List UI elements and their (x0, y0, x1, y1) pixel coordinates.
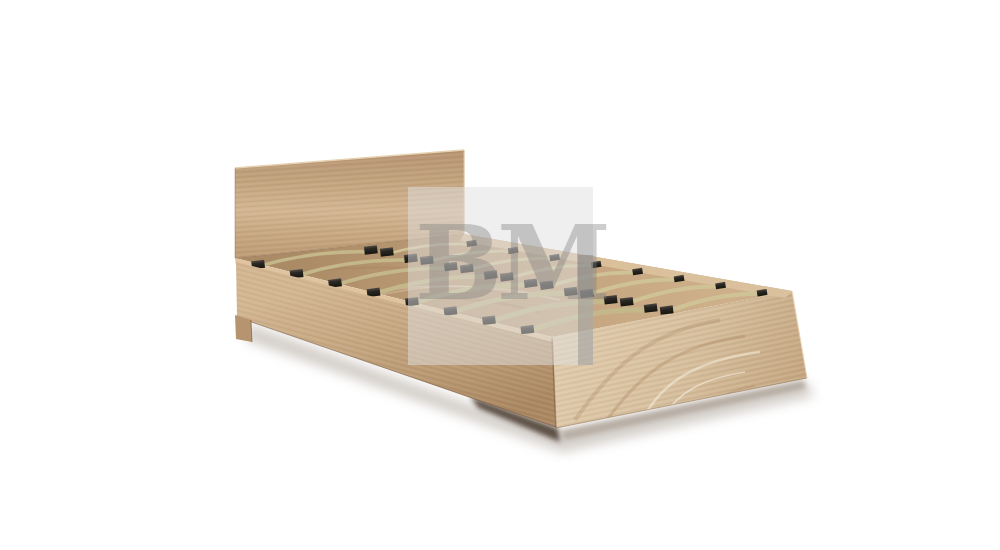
slat-clip (564, 287, 578, 297)
slat-clip (364, 245, 378, 255)
slat-clip (580, 289, 594, 299)
slat-clip (484, 270, 498, 280)
slat-clip (604, 295, 618, 305)
product-photo: BM (0, 0, 1000, 550)
slat-clip (404, 254, 418, 264)
slat-clip (620, 297, 634, 307)
slat-clip (420, 256, 434, 266)
slat-clip (660, 305, 674, 315)
bed-frame-illustration (0, 0, 1000, 550)
slat-clip (380, 247, 394, 257)
slat-clip (460, 264, 474, 274)
slat-clip (405, 297, 419, 307)
slat-clip (500, 272, 514, 282)
slat-clip (520, 325, 534, 335)
slat-clip (444, 262, 458, 272)
slat-clip (644, 303, 658, 313)
slat-clip (482, 316, 496, 326)
slat-clip (444, 306, 458, 316)
slat-clip (540, 280, 554, 290)
slat-clip (524, 278, 538, 288)
